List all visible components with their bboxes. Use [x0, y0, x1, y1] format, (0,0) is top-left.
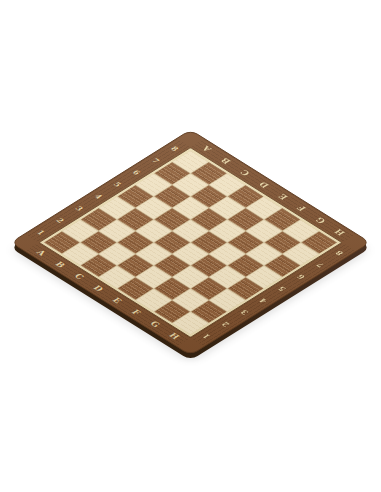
board-photo: ABCDEFGH ABCDEFGH 87654321 87654321 [0, 0, 381, 492]
playing-field [38, 147, 342, 338]
board-grid [44, 151, 337, 335]
chess-board: ABCDEFGH ABCDEFGH 87654321 87654321 [10, 129, 371, 355]
